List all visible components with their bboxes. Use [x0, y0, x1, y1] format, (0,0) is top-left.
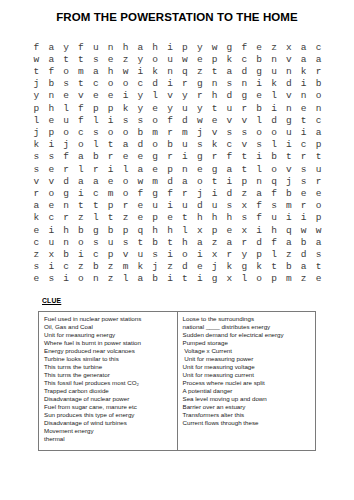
grid-cell[interactable]: i: [296, 126, 311, 138]
grid-cell[interactable]: u: [103, 236, 118, 248]
grid-cell[interactable]: a: [74, 175, 89, 187]
grid-cell[interactable]: r: [222, 248, 237, 260]
grid-cell[interactable]: d: [237, 65, 252, 77]
grid-cell[interactable]: y: [237, 248, 252, 260]
grid-cell[interactable]: h: [207, 90, 222, 102]
grid-cell[interactable]: f: [74, 102, 89, 114]
grid-cell[interactable]: d: [163, 175, 178, 187]
grid-cell[interactable]: m: [281, 273, 296, 285]
grid-cell[interactable]: a: [44, 41, 59, 53]
grid-cell[interactable]: d: [296, 248, 311, 260]
grid-cell[interactable]: a: [311, 53, 326, 65]
grid-cell[interactable]: s: [88, 53, 103, 65]
grid-cell[interactable]: f: [252, 212, 267, 224]
grid-cell[interactable]: y: [133, 102, 148, 114]
grid-cell[interactable]: d: [222, 90, 237, 102]
grid-cell[interactable]: c: [237, 53, 252, 65]
grid-cell[interactable]: e: [103, 90, 118, 102]
grid-cell[interactable]: i: [103, 114, 118, 126]
grid-cell[interactable]: e: [133, 200, 148, 212]
grid-cell[interactable]: i: [281, 212, 296, 224]
grid-cell[interactable]: t: [207, 102, 222, 114]
grid-cell[interactable]: e: [148, 163, 163, 175]
grid-cell[interactable]: r: [237, 236, 252, 248]
grid-cell[interactable]: p: [311, 212, 326, 224]
grid-cell[interactable]: g: [192, 78, 207, 90]
grid-cell[interactable]: a: [252, 187, 267, 199]
grid-cell[interactable]: o: [118, 78, 133, 90]
grid-cell[interactable]: e: [222, 224, 237, 236]
grid-cell[interactable]: c: [59, 261, 74, 273]
grid-cell[interactable]: l: [118, 273, 133, 285]
grid-cell[interactable]: p: [237, 175, 252, 187]
grid-cell[interactable]: e: [163, 212, 178, 224]
grid-cell[interactable]: a: [192, 236, 207, 248]
grid-cell[interactable]: o: [178, 248, 193, 260]
grid-cell[interactable]: b: [252, 53, 267, 65]
grid-cell[interactable]: m: [178, 126, 193, 138]
grid-cell[interactable]: e: [29, 273, 44, 285]
grid-cell[interactable]: e: [103, 53, 118, 65]
grid-cell[interactable]: u: [267, 212, 282, 224]
grid-cell[interactable]: a: [311, 126, 326, 138]
grid-cell[interactable]: v: [44, 175, 59, 187]
grid-cell[interactable]: r: [163, 126, 178, 138]
grid-cell[interactable]: o: [44, 187, 59, 199]
grid-cell[interactable]: x: [192, 224, 207, 236]
grid-cell[interactable]: u: [178, 139, 193, 151]
grid-cell[interactable]: h: [222, 212, 237, 224]
grid-cell[interactable]: r: [237, 102, 252, 114]
grid-cell[interactable]: l: [118, 163, 133, 175]
grid-cell[interactable]: g: [59, 187, 74, 199]
grid-cell[interactable]: c: [44, 212, 59, 224]
grid-cell[interactable]: i: [178, 151, 193, 163]
grid-cell[interactable]: x: [237, 200, 252, 212]
grid-cell[interactable]: t: [311, 151, 326, 163]
grid-cell[interactable]: g: [252, 65, 267, 77]
grid-cell[interactable]: r: [192, 90, 207, 102]
grid-cell[interactable]: e: [29, 224, 44, 236]
grid-cell[interactable]: j: [207, 261, 222, 273]
grid-cell[interactable]: g: [88, 224, 103, 236]
grid-cell[interactable]: c: [311, 114, 326, 126]
grid-cell[interactable]: b: [74, 224, 89, 236]
grid-cell[interactable]: l: [252, 114, 267, 126]
grid-cell[interactable]: d: [178, 114, 193, 126]
grid-cell[interactable]: b: [311, 78, 326, 90]
grid-cell[interactable]: s: [29, 151, 44, 163]
grid-cell[interactable]: l: [88, 212, 103, 224]
grid-cell[interactable]: t: [59, 53, 74, 65]
grid-cell[interactable]: u: [222, 102, 237, 114]
grid-cell[interactable]: y: [163, 102, 178, 114]
grid-cell[interactable]: o: [311, 200, 326, 212]
grid-cell[interactable]: e: [192, 53, 207, 65]
grid-cell[interactable]: g: [281, 114, 296, 126]
grid-cell[interactable]: c: [74, 126, 89, 138]
grid-cell[interactable]: b: [148, 236, 163, 248]
grid-cell[interactable]: s: [88, 126, 103, 138]
grid-cell[interactable]: f: [74, 114, 89, 126]
grid-cell[interactable]: s: [59, 78, 74, 90]
grid-cell[interactable]: a: [118, 139, 133, 151]
grid-cell[interactable]: k: [133, 261, 148, 273]
grid-cell[interactable]: f: [59, 151, 74, 163]
grid-cell[interactable]: r: [311, 65, 326, 77]
grid-cell[interactable]: u: [281, 126, 296, 138]
grid-cell[interactable]: n: [237, 78, 252, 90]
grid-cell[interactable]: k: [118, 102, 133, 114]
grid-cell[interactable]: f: [267, 187, 282, 199]
grid-cell[interactable]: l: [267, 90, 282, 102]
grid-cell[interactable]: a: [88, 175, 103, 187]
grid-cell[interactable]: i: [74, 187, 89, 199]
grid-cell[interactable]: l: [88, 114, 103, 126]
grid-cell[interactable]: i: [44, 224, 59, 236]
grid-cell[interactable]: r: [88, 163, 103, 175]
grid-cell[interactable]: z: [74, 212, 89, 224]
grid-cell[interactable]: t: [207, 175, 222, 187]
grid-cell[interactable]: l: [88, 139, 103, 151]
grid-cell[interactable]: k: [267, 78, 282, 90]
grid-cell[interactable]: w: [192, 114, 207, 126]
grid-cell[interactable]: m: [103, 187, 118, 199]
grid-cell[interactable]: s: [222, 126, 237, 138]
grid-cell[interactable]: z: [118, 212, 133, 224]
grid-cell[interactable]: u: [148, 200, 163, 212]
grid-cell[interactable]: i: [163, 248, 178, 260]
grid-cell[interactable]: h: [148, 41, 163, 53]
grid-cell[interactable]: o: [252, 273, 267, 285]
grid-cell[interactable]: s: [237, 126, 252, 138]
grid-cell[interactable]: e: [44, 163, 59, 175]
grid-cell[interactable]: v: [281, 163, 296, 175]
grid-cell[interactable]: f: [44, 65, 59, 77]
grid-cell[interactable]: t: [29, 65, 44, 77]
grid-cell[interactable]: e: [311, 273, 326, 285]
grid-cell[interactable]: u: [163, 53, 178, 65]
grid-cell[interactable]: o: [148, 114, 163, 126]
grid-cell[interactable]: d: [148, 78, 163, 90]
grid-cell[interactable]: w: [29, 53, 44, 65]
grid-cell[interactable]: d: [252, 236, 267, 248]
grid-cell[interactable]: t: [296, 114, 311, 126]
grid-cell[interactable]: r: [163, 151, 178, 163]
grid-cell[interactable]: t: [281, 151, 296, 163]
grid-cell[interactable]: g: [148, 187, 163, 199]
grid-cell[interactable]: c: [88, 187, 103, 199]
grid-cell[interactable]: k: [252, 261, 267, 273]
grid-cell[interactable]: e: [252, 41, 267, 53]
grid-cell[interactable]: c: [88, 248, 103, 260]
grid-cell[interactable]: g: [192, 151, 207, 163]
grid-cell[interactable]: o: [74, 273, 89, 285]
grid-cell[interactable]: g: [237, 261, 252, 273]
grid-cell[interactable]: a: [133, 273, 148, 285]
grid-cell[interactable]: z: [281, 248, 296, 260]
grid-cell[interactable]: t: [103, 212, 118, 224]
grid-cell[interactable]: r: [207, 151, 222, 163]
grid-cell[interactable]: i: [163, 78, 178, 90]
grid-cell[interactable]: y: [133, 90, 148, 102]
grid-cell[interactable]: p: [88, 102, 103, 114]
grid-cell[interactable]: i: [296, 212, 311, 224]
grid-cell[interactable]: z: [29, 248, 44, 260]
grid-cell[interactable]: c: [311, 41, 326, 53]
grid-cell[interactable]: z: [118, 53, 133, 65]
grid-cell[interactable]: t: [207, 65, 222, 77]
grid-cell[interactable]: m: [118, 261, 133, 273]
grid-cell[interactable]: v: [163, 90, 178, 102]
grid-cell[interactable]: h: [148, 224, 163, 236]
grid-cell[interactable]: n: [311, 102, 326, 114]
grid-cell[interactable]: a: [44, 53, 59, 65]
grid-cell[interactable]: e: [311, 187, 326, 199]
grid-cell[interactable]: b: [148, 273, 163, 285]
grid-cell[interactable]: i: [44, 261, 59, 273]
grid-cell[interactable]: p: [103, 200, 118, 212]
grid-cell[interactable]: b: [281, 187, 296, 199]
grid-cell[interactable]: h: [267, 224, 282, 236]
grid-cell[interactable]: v: [74, 90, 89, 102]
grid-cell[interactable]: u: [178, 200, 193, 212]
grid-cell[interactable]: p: [118, 224, 133, 236]
grid-cell[interactable]: r: [296, 151, 311, 163]
grid-cell[interactable]: z: [74, 261, 89, 273]
grid-cell[interactable]: s: [148, 248, 163, 260]
grid-cell[interactable]: l: [29, 114, 44, 126]
grid-cell[interactable]: o: [74, 139, 89, 151]
grid-cell[interactable]: t: [178, 212, 193, 224]
grid-cell[interactable]: g: [222, 41, 237, 53]
grid-cell[interactable]: f: [237, 41, 252, 53]
grid-cell[interactable]: a: [222, 163, 237, 175]
grid-cell[interactable]: a: [133, 163, 148, 175]
grid-cell[interactable]: a: [296, 261, 311, 273]
grid-cell[interactable]: q: [267, 175, 282, 187]
grid-cell[interactable]: s: [267, 200, 282, 212]
grid-cell[interactable]: a: [178, 175, 193, 187]
grid-cell[interactable]: s: [118, 114, 133, 126]
grid-cell[interactable]: f: [29, 41, 44, 53]
grid-cell[interactable]: a: [74, 151, 89, 163]
grid-cell[interactable]: d: [192, 200, 207, 212]
grid-cell[interactable]: e: [44, 114, 59, 126]
grid-cell[interactable]: h: [192, 212, 207, 224]
grid-cell[interactable]: r: [296, 200, 311, 212]
grid-cell[interactable]: n: [296, 90, 311, 102]
grid-cell[interactable]: k: [29, 139, 44, 151]
grid-cell[interactable]: j: [29, 78, 44, 90]
grid-cell[interactable]: y: [59, 41, 74, 53]
grid-cell[interactable]: r: [178, 187, 193, 199]
grid-cell[interactable]: j: [59, 139, 74, 151]
grid-cell[interactable]: e: [296, 102, 311, 114]
grid-cell[interactable]: x: [207, 248, 222, 260]
grid-cell[interactable]: k: [148, 65, 163, 77]
grid-cell[interactable]: x: [44, 248, 59, 260]
grid-cell[interactable]: a: [222, 236, 237, 248]
grid-cell[interactable]: w: [311, 224, 326, 236]
grid-cell[interactable]: e: [103, 175, 118, 187]
grid-cell[interactable]: s: [222, 200, 237, 212]
grid-cell[interactable]: e: [133, 151, 148, 163]
grid-cell[interactable]: w: [133, 175, 148, 187]
grid-cell[interactable]: i: [59, 273, 74, 285]
grid-cell[interactable]: s: [29, 163, 44, 175]
grid-cell[interactable]: c: [133, 78, 148, 90]
grid-cell[interactable]: n: [103, 41, 118, 53]
grid-cell[interactable]: f: [163, 187, 178, 199]
grid-cell[interactable]: t: [74, 53, 89, 65]
grid-cell[interactable]: e: [133, 212, 148, 224]
grid-cell[interactable]: f: [163, 114, 178, 126]
grid-cell[interactable]: z: [207, 236, 222, 248]
grid-cell[interactable]: u: [311, 163, 326, 175]
grid-cell[interactable]: e: [59, 90, 74, 102]
grid-cell[interactable]: i: [267, 102, 282, 114]
grid-cell[interactable]: y: [133, 53, 148, 65]
grid-cell[interactable]: l: [252, 163, 267, 175]
grid-cell[interactable]: a: [88, 65, 103, 77]
grid-cell[interactable]: b: [88, 261, 103, 273]
grid-cell[interactable]: n: [88, 273, 103, 285]
grid-cell[interactable]: i: [163, 41, 178, 53]
grid-cell[interactable]: z: [296, 273, 311, 285]
grid-cell[interactable]: w: [118, 65, 133, 77]
grid-cell[interactable]: h: [118, 41, 133, 53]
grid-cell[interactable]: s: [296, 163, 311, 175]
grid-cell[interactable]: a: [296, 41, 311, 53]
grid-cell[interactable]: e: [88, 90, 103, 102]
grid-cell[interactable]: b: [252, 102, 267, 114]
grid-cell[interactable]: h: [178, 236, 193, 248]
grid-cell[interactable]: y: [29, 90, 44, 102]
grid-cell[interactable]: t: [163, 236, 178, 248]
grid-cell[interactable]: n: [59, 200, 74, 212]
grid-cell[interactable]: y: [192, 102, 207, 114]
grid-cell[interactable]: v: [222, 114, 237, 126]
grid-cell[interactable]: r: [59, 163, 74, 175]
grid-cell[interactable]: p: [29, 102, 44, 114]
grid-cell[interactable]: e: [192, 163, 207, 175]
grid-cell[interactable]: i: [252, 151, 267, 163]
grid-cell[interactable]: e: [118, 151, 133, 163]
grid-cell[interactable]: o: [267, 126, 282, 138]
grid-cell[interactable]: i: [281, 139, 296, 151]
grid-cell[interactable]: y: [178, 90, 193, 102]
grid-cell[interactable]: u: [207, 200, 222, 212]
grid-cell[interactable]: r: [59, 212, 74, 224]
grid-cell[interactable]: v: [29, 175, 44, 187]
grid-cell[interactable]: x: [281, 41, 296, 53]
grid-cell[interactable]: w: [207, 41, 222, 53]
grid-cell[interactable]: j: [29, 126, 44, 138]
grid-cell[interactable]: v: [281, 53, 296, 65]
grid-cell[interactable]: s: [296, 175, 311, 187]
grid-cell[interactable]: i: [44, 139, 59, 151]
grid-cell[interactable]: b: [133, 126, 148, 138]
grid-cell[interactable]: t: [311, 261, 326, 273]
grid-cell[interactable]: p: [207, 53, 222, 65]
grid-cell[interactable]: z: [237, 187, 252, 199]
grid-cell[interactable]: t: [237, 151, 252, 163]
grid-cell[interactable]: p: [178, 41, 193, 53]
grid-cell[interactable]: a: [311, 236, 326, 248]
grid-cell[interactable]: a: [222, 65, 237, 77]
grid-cell[interactable]: p: [103, 248, 118, 260]
grid-cell[interactable]: l: [237, 273, 252, 285]
grid-cell[interactable]: l: [148, 90, 163, 102]
grid-cell[interactable]: a: [281, 236, 296, 248]
grid-cell[interactable]: n: [281, 65, 296, 77]
grid-cell[interactable]: q: [281, 224, 296, 236]
grid-cell[interactable]: o: [103, 126, 118, 138]
grid-cell[interactable]: a: [133, 41, 148, 53]
grid-cell[interactable]: z: [192, 65, 207, 77]
grid-cell[interactable]: i: [252, 78, 267, 90]
grid-cell[interactable]: d: [178, 261, 193, 273]
grid-cell[interactable]: i: [133, 65, 148, 77]
grid-cell[interactable]: f: [252, 200, 267, 212]
grid-cell[interactable]: h: [207, 212, 222, 224]
grid-cell[interactable]: f: [133, 187, 148, 199]
grid-cell[interactable]: l: [74, 163, 89, 175]
grid-cell[interactable]: l: [59, 102, 74, 114]
grid-cell[interactable]: b: [281, 261, 296, 273]
grid-cell[interactable]: b: [88, 151, 103, 163]
grid-cell[interactable]: s: [29, 261, 44, 273]
grid-cell[interactable]: u: [59, 114, 74, 126]
grid-cell[interactable]: n: [252, 175, 267, 187]
grid-cell[interactable]: s: [252, 139, 267, 151]
grid-cell[interactable]: g: [207, 163, 222, 175]
grid-cell[interactable]: i: [192, 273, 207, 285]
grid-cell[interactable]: v: [207, 126, 222, 138]
grid-cell[interactable]: s: [133, 114, 148, 126]
grid-cell[interactable]: h: [163, 224, 178, 236]
grid-cell[interactable]: b: [59, 248, 74, 260]
grid-cell[interactable]: k: [222, 53, 237, 65]
grid-cell[interactable]: c: [296, 139, 311, 151]
grid-cell[interactable]: i: [163, 200, 178, 212]
grid-cell[interactable]: p: [163, 163, 178, 175]
grid-cell[interactable]: u: [133, 248, 148, 260]
grid-cell[interactable]: s: [44, 151, 59, 163]
grid-cell[interactable]: c: [29, 236, 44, 248]
grid-cell[interactable]: r: [118, 200, 133, 212]
grid-cell[interactable]: x: [222, 273, 237, 285]
grid-cell[interactable]: o: [118, 126, 133, 138]
grid-cell[interactable]: i: [207, 187, 222, 199]
grid-cell[interactable]: p: [44, 126, 59, 138]
grid-cell[interactable]: o: [118, 187, 133, 199]
grid-cell[interactable]: i: [103, 163, 118, 175]
grid-cell[interactable]: j: [148, 261, 163, 273]
grid-cell[interactable]: u: [178, 102, 193, 114]
grid-cell[interactable]: o: [59, 65, 74, 77]
grid-cell[interactable]: n: [207, 78, 222, 90]
grid-cell[interactable]: l: [178, 224, 193, 236]
grid-cell[interactable]: j: [281, 175, 296, 187]
grid-cell[interactable]: i: [252, 224, 267, 236]
grid-cell[interactable]: k: [207, 139, 222, 151]
grid-cell[interactable]: o: [311, 90, 326, 102]
grid-cell[interactable]: b: [103, 224, 118, 236]
grid-cell[interactable]: r: [29, 187, 44, 199]
grid-cell[interactable]: n: [59, 236, 74, 248]
